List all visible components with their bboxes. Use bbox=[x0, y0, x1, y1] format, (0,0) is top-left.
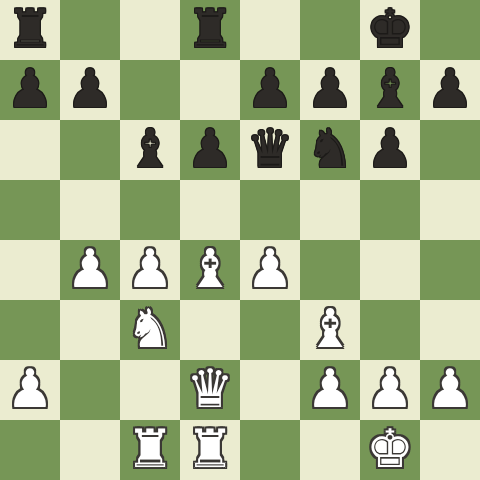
square-e2[interactable] bbox=[240, 360, 300, 420]
square-e1[interactable] bbox=[240, 420, 300, 480]
square-c8[interactable] bbox=[120, 0, 180, 60]
black-pawn[interactable]: ♟ bbox=[0, 60, 60, 120]
white-bishop[interactable]: ♝ bbox=[180, 240, 240, 300]
square-g6[interactable]: ♟ bbox=[360, 120, 420, 180]
black-rook[interactable]: ♜ bbox=[0, 0, 60, 60]
square-c2[interactable] bbox=[120, 360, 180, 420]
square-c3[interactable]: ♞ bbox=[120, 300, 180, 360]
square-f4[interactable] bbox=[300, 240, 360, 300]
square-f7[interactable]: ♟ bbox=[300, 60, 360, 120]
white-bishop[interactable]: ♝ bbox=[300, 300, 360, 360]
square-g1[interactable]: ♚ bbox=[360, 420, 420, 480]
white-pawn[interactable]: ♟ bbox=[60, 240, 120, 300]
square-a1[interactable] bbox=[0, 420, 60, 480]
square-f6[interactable]: ♞ bbox=[300, 120, 360, 180]
white-pawn[interactable]: ♟ bbox=[300, 360, 360, 420]
square-g3[interactable] bbox=[360, 300, 420, 360]
square-h8[interactable] bbox=[420, 0, 480, 60]
chess-board: ♜♜♚♟♟♟♟♝♟♝♟♛♞♟♟♟♝♟♞♝♟♛♟♟♟♜♜♚ bbox=[0, 0, 480, 480]
white-pawn[interactable]: ♟ bbox=[0, 360, 60, 420]
square-e5[interactable] bbox=[240, 180, 300, 240]
black-pawn[interactable]: ♟ bbox=[60, 60, 120, 120]
square-b7[interactable]: ♟ bbox=[60, 60, 120, 120]
square-h6[interactable] bbox=[420, 120, 480, 180]
square-c7[interactable] bbox=[120, 60, 180, 120]
square-d5[interactable] bbox=[180, 180, 240, 240]
square-a3[interactable] bbox=[0, 300, 60, 360]
square-b8[interactable] bbox=[60, 0, 120, 60]
square-c6[interactable]: ♝ bbox=[120, 120, 180, 180]
white-pawn[interactable]: ♟ bbox=[420, 360, 480, 420]
square-g2[interactable]: ♟ bbox=[360, 360, 420, 420]
black-bishop[interactable]: ♝ bbox=[360, 60, 420, 120]
square-a5[interactable] bbox=[0, 180, 60, 240]
black-pawn[interactable]: ♟ bbox=[300, 60, 360, 120]
square-e3[interactable] bbox=[240, 300, 300, 360]
square-c4[interactable]: ♟ bbox=[120, 240, 180, 300]
white-knight[interactable]: ♞ bbox=[120, 300, 180, 360]
square-b4[interactable]: ♟ bbox=[60, 240, 120, 300]
square-d3[interactable] bbox=[180, 300, 240, 360]
square-h5[interactable] bbox=[420, 180, 480, 240]
square-h3[interactable] bbox=[420, 300, 480, 360]
square-h7[interactable]: ♟ bbox=[420, 60, 480, 120]
square-f3[interactable]: ♝ bbox=[300, 300, 360, 360]
black-pawn[interactable]: ♟ bbox=[180, 120, 240, 180]
black-pawn[interactable]: ♟ bbox=[360, 120, 420, 180]
black-queen[interactable]: ♛ bbox=[240, 120, 300, 180]
square-a4[interactable] bbox=[0, 240, 60, 300]
square-a8[interactable]: ♜ bbox=[0, 0, 60, 60]
square-g8[interactable]: ♚ bbox=[360, 0, 420, 60]
square-f1[interactable] bbox=[300, 420, 360, 480]
square-d6[interactable]: ♟ bbox=[180, 120, 240, 180]
black-pawn[interactable]: ♟ bbox=[420, 60, 480, 120]
square-b6[interactable] bbox=[60, 120, 120, 180]
square-a6[interactable] bbox=[0, 120, 60, 180]
square-d8[interactable]: ♜ bbox=[180, 0, 240, 60]
white-pawn[interactable]: ♟ bbox=[120, 240, 180, 300]
square-a2[interactable]: ♟ bbox=[0, 360, 60, 420]
square-b1[interactable] bbox=[60, 420, 120, 480]
square-d7[interactable] bbox=[180, 60, 240, 120]
square-e7[interactable]: ♟ bbox=[240, 60, 300, 120]
square-f8[interactable] bbox=[300, 0, 360, 60]
square-d1[interactable]: ♜ bbox=[180, 420, 240, 480]
black-pawn[interactable]: ♟ bbox=[240, 60, 300, 120]
square-b3[interactable] bbox=[60, 300, 120, 360]
square-e4[interactable]: ♟ bbox=[240, 240, 300, 300]
white-pawn[interactable]: ♟ bbox=[240, 240, 300, 300]
square-d4[interactable]: ♝ bbox=[180, 240, 240, 300]
square-g5[interactable] bbox=[360, 180, 420, 240]
square-a7[interactable]: ♟ bbox=[0, 60, 60, 120]
square-b5[interactable] bbox=[60, 180, 120, 240]
square-f2[interactable]: ♟ bbox=[300, 360, 360, 420]
white-rook[interactable]: ♜ bbox=[120, 420, 180, 480]
black-king[interactable]: ♚ bbox=[360, 0, 420, 60]
white-rook[interactable]: ♜ bbox=[180, 420, 240, 480]
black-rook[interactable]: ♜ bbox=[180, 0, 240, 60]
square-g7[interactable]: ♝ bbox=[360, 60, 420, 120]
square-b2[interactable] bbox=[60, 360, 120, 420]
square-h2[interactable]: ♟ bbox=[420, 360, 480, 420]
square-c1[interactable]: ♜ bbox=[120, 420, 180, 480]
square-e8[interactable] bbox=[240, 0, 300, 60]
square-c5[interactable] bbox=[120, 180, 180, 240]
white-pawn[interactable]: ♟ bbox=[360, 360, 420, 420]
square-d2[interactable]: ♛ bbox=[180, 360, 240, 420]
square-f5[interactable] bbox=[300, 180, 360, 240]
square-h1[interactable] bbox=[420, 420, 480, 480]
white-king[interactable]: ♚ bbox=[360, 420, 420, 480]
square-e6[interactable]: ♛ bbox=[240, 120, 300, 180]
black-bishop[interactable]: ♝ bbox=[120, 120, 180, 180]
square-g4[interactable] bbox=[360, 240, 420, 300]
white-queen[interactable]: ♛ bbox=[180, 360, 240, 420]
black-knight[interactable]: ♞ bbox=[300, 120, 360, 180]
square-h4[interactable] bbox=[420, 240, 480, 300]
